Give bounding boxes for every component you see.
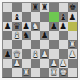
- square-e4[interactable]: [40, 40, 49, 49]
- square-c3[interactable]: [22, 49, 31, 58]
- square-c2[interactable]: [22, 59, 31, 68]
- white-rook-icon: ♜: [50, 68, 58, 77]
- square-d6[interactable]: ♞: [31, 22, 40, 31]
- square-c1[interactable]: ♜: [22, 68, 31, 77]
- square-f1[interactable]: ♜: [49, 68, 58, 77]
- white-pawn-icon: ♟: [69, 49, 77, 58]
- black-pawn-icon: ♟: [41, 31, 49, 40]
- black-bishop-icon: ♝: [13, 12, 21, 21]
- black-pawn-icon: ♟: [4, 22, 12, 31]
- square-d5[interactable]: [31, 31, 40, 40]
- square-b8[interactable]: [12, 3, 21, 12]
- black-king-icon: ♚: [69, 3, 77, 12]
- white-pawn-icon: ♟: [13, 59, 21, 68]
- square-f4[interactable]: [49, 40, 58, 49]
- square-c5[interactable]: ♞: [22, 31, 31, 40]
- square-a8[interactable]: [3, 3, 12, 12]
- square-b4[interactable]: [12, 40, 21, 49]
- black-rook-icon: ♜: [41, 3, 49, 12]
- square-g6[interactable]: ♟: [59, 22, 68, 31]
- square-f5[interactable]: [49, 31, 58, 40]
- chess-board: ♜♜♚♝♝♟♟♛♟♞♟♟♝♞♟♜♟♛♝♟♟♟♟♟♜♜♚: [3, 3, 77, 77]
- black-rook-icon: ♜: [32, 3, 40, 12]
- square-e8[interactable]: ♜: [40, 3, 49, 12]
- white-pawn-icon: ♟: [59, 59, 67, 68]
- square-e6[interactable]: [40, 22, 49, 31]
- white-king-icon: ♚: [59, 68, 67, 77]
- white-bishop-icon: ♝: [13, 31, 21, 40]
- square-a7[interactable]: [3, 12, 12, 21]
- square-e2[interactable]: [40, 59, 49, 68]
- square-f7[interactable]: [49, 12, 58, 21]
- square-b6[interactable]: ♛: [12, 22, 21, 31]
- square-e5[interactable]: ♟: [40, 31, 49, 40]
- square-e7[interactable]: [40, 12, 49, 21]
- white-pawn-icon: ♟: [50, 59, 58, 68]
- square-d1[interactable]: [31, 68, 40, 77]
- square-d8[interactable]: ♜: [31, 3, 40, 12]
- square-a3[interactable]: ♟: [3, 49, 12, 58]
- black-knight-icon: ♞: [22, 31, 30, 40]
- black-pawn-icon: ♟: [50, 22, 58, 31]
- square-f2[interactable]: ♟: [49, 59, 58, 68]
- square-e1[interactable]: [40, 68, 49, 77]
- square-c8[interactable]: [22, 3, 31, 12]
- square-b7[interactable]: ♝: [12, 12, 21, 21]
- square-a1[interactable]: [3, 68, 12, 77]
- square-d7[interactable]: [31, 12, 40, 21]
- square-b3[interactable]: ♛: [12, 49, 21, 58]
- square-f8[interactable]: [49, 3, 58, 12]
- square-h2[interactable]: [68, 59, 77, 68]
- white-knight-icon: ♞: [32, 22, 40, 31]
- square-c6[interactable]: ♟: [22, 22, 31, 31]
- square-h1[interactable]: [68, 68, 77, 77]
- white-rook-icon: ♜: [22, 68, 30, 77]
- square-b1[interactable]: [12, 68, 21, 77]
- square-d3[interactable]: ♝: [31, 49, 40, 58]
- black-bishop-icon: ♝: [59, 12, 67, 21]
- white-pawn-icon: ♟: [41, 49, 49, 58]
- square-c4[interactable]: [22, 40, 31, 49]
- square-g1[interactable]: ♚: [59, 68, 68, 77]
- square-a6[interactable]: ♟: [3, 22, 12, 31]
- square-g8[interactable]: [59, 3, 68, 12]
- square-f3[interactable]: [49, 49, 58, 58]
- white-queen-icon: ♛: [13, 49, 21, 58]
- black-pawn-icon: ♟: [22, 22, 30, 31]
- square-b2[interactable]: ♟: [12, 59, 21, 68]
- square-b5[interactable]: ♝: [12, 31, 21, 40]
- square-h8[interactable]: ♚: [68, 3, 77, 12]
- square-a4[interactable]: [3, 40, 12, 49]
- square-a5[interactable]: [3, 31, 12, 40]
- black-pawn-icon: ♟: [59, 22, 67, 31]
- square-g4[interactable]: [59, 40, 68, 49]
- square-d2[interactable]: [31, 59, 40, 68]
- square-e3[interactable]: ♟: [40, 49, 49, 58]
- square-d4[interactable]: [31, 40, 40, 49]
- square-f6[interactable]: ♟: [49, 22, 58, 31]
- square-g3[interactable]: [59, 49, 68, 58]
- square-g5[interactable]: [59, 31, 68, 40]
- square-h7[interactable]: ♟: [68, 12, 77, 21]
- square-h4[interactable]: ♜: [68, 40, 77, 49]
- black-pawn-icon: ♟: [69, 12, 77, 21]
- white-rook-icon: ♜: [69, 40, 77, 49]
- square-h3[interactable]: ♟: [68, 49, 77, 58]
- square-a2[interactable]: [3, 59, 12, 68]
- square-h6[interactable]: [68, 22, 77, 31]
- black-pawn-icon: ♟: [4, 49, 12, 58]
- black-queen-icon: ♛: [13, 22, 21, 31]
- square-g2[interactable]: ♟: [59, 59, 68, 68]
- chess-board-frame: ♜♜♚♝♝♟♟♛♟♞♟♟♝♞♟♜♟♛♝♟♟♟♟♟♜♜♚: [2, 2, 78, 78]
- square-g7[interactable]: ♝: [59, 12, 68, 21]
- square-c7[interactable]: [22, 12, 31, 21]
- square-h5[interactable]: [68, 31, 77, 40]
- white-bishop-icon: ♝: [32, 49, 40, 58]
